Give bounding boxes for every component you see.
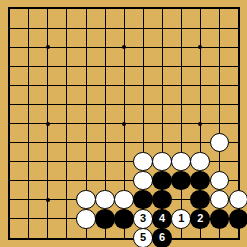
white-stone bbox=[133, 171, 153, 191]
intersection[interactable] bbox=[96, 19, 115, 38]
intersection[interactable] bbox=[76, 209, 95, 228]
intersection[interactable] bbox=[0, 152, 19, 171]
intersection[interactable] bbox=[134, 0, 153, 19]
intersection[interactable] bbox=[38, 133, 57, 152]
intersection[interactable] bbox=[96, 152, 115, 171]
intersection[interactable] bbox=[153, 171, 172, 190]
intersection[interactable] bbox=[57, 152, 76, 171]
intersection[interactable] bbox=[229, 171, 247, 190]
intersection[interactable] bbox=[191, 152, 210, 171]
intersection[interactable] bbox=[172, 95, 191, 114]
intersection[interactable] bbox=[57, 133, 76, 152]
move-number-label: 3 bbox=[140, 213, 146, 224]
white-stone bbox=[95, 190, 115, 210]
intersection[interactable] bbox=[229, 0, 247, 19]
intersection[interactable] bbox=[134, 38, 153, 57]
intersection[interactable] bbox=[229, 152, 247, 171]
intersection[interactable] bbox=[210, 38, 229, 57]
intersection[interactable] bbox=[229, 76, 247, 95]
intersection[interactable] bbox=[172, 19, 191, 38]
intersection[interactable] bbox=[57, 76, 76, 95]
intersection[interactable] bbox=[115, 76, 134, 95]
intersection[interactable] bbox=[191, 0, 210, 19]
intersection[interactable] bbox=[172, 133, 191, 152]
intersection[interactable] bbox=[57, 190, 76, 209]
intersection[interactable] bbox=[210, 0, 229, 19]
intersection[interactable] bbox=[76, 190, 95, 209]
intersection[interactable] bbox=[172, 190, 191, 209]
intersection[interactable] bbox=[210, 190, 229, 209]
intersection[interactable] bbox=[229, 228, 247, 247]
intersection[interactable] bbox=[115, 152, 134, 171]
intersection[interactable] bbox=[134, 190, 153, 209]
black-stone bbox=[133, 190, 153, 210]
intersection[interactable] bbox=[38, 76, 57, 95]
white-stone: 5 bbox=[133, 228, 153, 247]
intersection[interactable] bbox=[115, 38, 134, 57]
intersection[interactable] bbox=[191, 57, 210, 76]
white-stone bbox=[76, 190, 96, 210]
intersection[interactable] bbox=[96, 0, 115, 19]
intersection[interactable] bbox=[153, 95, 172, 114]
black-stone bbox=[152, 171, 172, 191]
intersection[interactable] bbox=[19, 228, 38, 247]
intersection[interactable] bbox=[0, 114, 19, 133]
intersection[interactable] bbox=[19, 0, 38, 19]
intersection[interactable] bbox=[57, 171, 76, 190]
white-stone bbox=[114, 190, 134, 210]
intersection[interactable] bbox=[19, 152, 38, 171]
intersection[interactable] bbox=[172, 171, 191, 190]
intersection[interactable] bbox=[153, 114, 172, 133]
intersection[interactable] bbox=[153, 0, 172, 19]
intersection[interactable] bbox=[57, 0, 76, 19]
intersection[interactable] bbox=[0, 76, 19, 95]
intersection[interactable] bbox=[96, 228, 115, 247]
intersection[interactable]: 2 bbox=[191, 209, 210, 228]
intersection[interactable] bbox=[57, 95, 76, 114]
intersection[interactable] bbox=[229, 38, 247, 57]
intersection[interactable] bbox=[76, 0, 95, 19]
intersection[interactable] bbox=[38, 114, 57, 133]
intersection[interactable] bbox=[153, 76, 172, 95]
intersection[interactable] bbox=[76, 76, 95, 95]
intersection[interactable] bbox=[115, 209, 134, 228]
intersection[interactable] bbox=[0, 133, 19, 152]
intersection[interactable] bbox=[115, 57, 134, 76]
intersection[interactable] bbox=[76, 133, 95, 152]
intersections-grid: 341256 bbox=[0, 0, 247, 247]
intersection[interactable] bbox=[134, 171, 153, 190]
intersection[interactable] bbox=[172, 0, 191, 19]
black-stone: 6 bbox=[152, 228, 172, 247]
intersection[interactable] bbox=[229, 114, 247, 133]
intersection[interactable] bbox=[229, 57, 247, 76]
intersection[interactable] bbox=[76, 114, 95, 133]
intersection[interactable] bbox=[191, 95, 210, 114]
intersection[interactable] bbox=[38, 19, 57, 38]
intersection[interactable] bbox=[210, 171, 229, 190]
intersection[interactable] bbox=[229, 133, 247, 152]
intersection[interactable] bbox=[96, 57, 115, 76]
black-stone bbox=[171, 171, 191, 191]
black-stone bbox=[190, 190, 210, 210]
intersection[interactable] bbox=[76, 95, 95, 114]
intersection[interactable] bbox=[96, 190, 115, 209]
intersection[interactable] bbox=[172, 152, 191, 171]
white-stone bbox=[190, 152, 210, 172]
move-number-label: 5 bbox=[140, 232, 146, 243]
intersection[interactable] bbox=[76, 38, 95, 57]
intersection[interactable] bbox=[172, 38, 191, 57]
intersection[interactable] bbox=[153, 190, 172, 209]
white-stone bbox=[171, 152, 191, 172]
intersection[interactable] bbox=[96, 38, 115, 57]
intersection[interactable] bbox=[96, 209, 115, 228]
intersection[interactable] bbox=[191, 190, 210, 209]
intersection[interactable] bbox=[38, 171, 57, 190]
intersection[interactable] bbox=[172, 76, 191, 95]
intersection[interactable] bbox=[57, 38, 76, 57]
intersection[interactable] bbox=[210, 209, 229, 228]
intersection[interactable] bbox=[210, 133, 229, 152]
intersection[interactable] bbox=[191, 133, 210, 152]
intersection[interactable] bbox=[210, 114, 229, 133]
intersection[interactable] bbox=[0, 0, 19, 19]
intersection[interactable] bbox=[115, 0, 134, 19]
intersection[interactable] bbox=[96, 114, 115, 133]
intersection[interactable] bbox=[115, 114, 134, 133]
intersection[interactable] bbox=[38, 228, 57, 247]
white-stone bbox=[76, 209, 96, 229]
white-stone: 3 bbox=[133, 209, 153, 229]
white-stone: 1 bbox=[171, 209, 191, 229]
intersection[interactable] bbox=[38, 95, 57, 114]
intersection[interactable] bbox=[210, 57, 229, 76]
intersection[interactable] bbox=[38, 190, 57, 209]
intersection[interactable] bbox=[0, 95, 19, 114]
intersection[interactable] bbox=[96, 171, 115, 190]
intersection[interactable] bbox=[210, 76, 229, 95]
intersection[interactable]: 3 bbox=[134, 209, 153, 228]
intersection[interactable] bbox=[19, 76, 38, 95]
intersection[interactable] bbox=[19, 19, 38, 38]
intersection[interactable] bbox=[134, 76, 153, 95]
intersection[interactable] bbox=[229, 95, 247, 114]
intersection[interactable] bbox=[96, 95, 115, 114]
intersection[interactable] bbox=[96, 76, 115, 95]
move-number-label: 1 bbox=[178, 213, 184, 224]
intersection[interactable] bbox=[19, 114, 38, 133]
intersection[interactable] bbox=[115, 95, 134, 114]
intersection[interactable] bbox=[191, 171, 210, 190]
intersection[interactable] bbox=[57, 228, 76, 247]
white-stone bbox=[229, 190, 247, 210]
intersection[interactable] bbox=[191, 38, 210, 57]
intersection[interactable] bbox=[153, 57, 172, 76]
intersection[interactable] bbox=[96, 133, 115, 152]
intersection[interactable] bbox=[38, 57, 57, 76]
intersection[interactable] bbox=[210, 95, 229, 114]
intersection[interactable] bbox=[134, 95, 153, 114]
intersection[interactable] bbox=[19, 95, 38, 114]
intersection[interactable] bbox=[134, 114, 153, 133]
intersection[interactable] bbox=[0, 57, 19, 76]
move-number-label: 2 bbox=[197, 213, 203, 224]
intersection[interactable] bbox=[0, 38, 19, 57]
intersection[interactable] bbox=[57, 209, 76, 228]
intersection[interactable] bbox=[0, 228, 19, 247]
black-stone bbox=[95, 209, 115, 229]
intersection[interactable] bbox=[172, 57, 191, 76]
intersection[interactable] bbox=[153, 19, 172, 38]
intersection[interactable] bbox=[76, 228, 95, 247]
intersection[interactable] bbox=[19, 190, 38, 209]
intersection[interactable] bbox=[76, 19, 95, 38]
intersection[interactable] bbox=[115, 228, 134, 247]
white-stone bbox=[210, 171, 230, 191]
black-stone bbox=[190, 171, 210, 191]
intersection[interactable] bbox=[134, 133, 153, 152]
intersection[interactable] bbox=[57, 19, 76, 38]
intersection[interactable] bbox=[153, 133, 172, 152]
intersection[interactable] bbox=[76, 152, 95, 171]
intersection[interactable] bbox=[115, 133, 134, 152]
intersection[interactable] bbox=[210, 152, 229, 171]
black-stone: 2 bbox=[190, 209, 210, 229]
intersection[interactable] bbox=[172, 228, 191, 247]
intersection[interactable] bbox=[19, 209, 38, 228]
intersection[interactable] bbox=[191, 76, 210, 95]
intersection[interactable] bbox=[38, 152, 57, 171]
intersection[interactable] bbox=[0, 171, 19, 190]
move-number-label: 4 bbox=[159, 213, 165, 224]
white-stone bbox=[210, 133, 230, 153]
intersection[interactable] bbox=[229, 19, 247, 38]
intersection[interactable] bbox=[57, 114, 76, 133]
intersection[interactable] bbox=[172, 114, 191, 133]
intersection[interactable] bbox=[0, 190, 19, 209]
intersection[interactable] bbox=[19, 133, 38, 152]
black-stone bbox=[114, 209, 134, 229]
intersection[interactable] bbox=[115, 19, 134, 38]
intersection[interactable] bbox=[115, 171, 134, 190]
intersection[interactable] bbox=[229, 190, 247, 209]
intersection[interactable] bbox=[134, 19, 153, 38]
intersection[interactable] bbox=[0, 209, 19, 228]
intersection[interactable] bbox=[19, 57, 38, 76]
intersection[interactable] bbox=[38, 0, 57, 19]
intersection[interactable] bbox=[38, 38, 57, 57]
go-board: 341256 bbox=[0, 0, 247, 247]
intersection[interactable] bbox=[38, 209, 57, 228]
intersection[interactable] bbox=[191, 228, 210, 247]
intersection[interactable] bbox=[153, 38, 172, 57]
move-number-label: 6 bbox=[159, 232, 165, 243]
intersection[interactable] bbox=[210, 228, 229, 247]
intersection[interactable]: 4 bbox=[153, 209, 172, 228]
white-stone bbox=[210, 190, 230, 210]
intersection[interactable]: 6 bbox=[153, 228, 172, 247]
black-stone bbox=[152, 190, 172, 210]
intersection[interactable] bbox=[19, 38, 38, 57]
intersection[interactable] bbox=[191, 19, 210, 38]
intersection[interactable] bbox=[76, 57, 95, 76]
black-stone bbox=[210, 209, 230, 229]
intersection[interactable] bbox=[76, 171, 95, 190]
intersection[interactable] bbox=[19, 171, 38, 190]
intersection[interactable] bbox=[134, 152, 153, 171]
intersection[interactable]: 5 bbox=[134, 228, 153, 247]
intersection[interactable] bbox=[210, 19, 229, 38]
intersection[interactable] bbox=[57, 57, 76, 76]
intersection[interactable] bbox=[115, 190, 134, 209]
intersection[interactable] bbox=[134, 57, 153, 76]
intersection[interactable] bbox=[153, 152, 172, 171]
black-stone: 4 bbox=[152, 209, 172, 229]
intersection[interactable]: 1 bbox=[172, 209, 191, 228]
white-stone bbox=[152, 152, 172, 172]
intersection[interactable] bbox=[0, 19, 19, 38]
intersection[interactable] bbox=[191, 114, 210, 133]
intersection[interactable] bbox=[229, 209, 247, 228]
black-stone bbox=[229, 209, 247, 229]
white-stone bbox=[133, 152, 153, 172]
